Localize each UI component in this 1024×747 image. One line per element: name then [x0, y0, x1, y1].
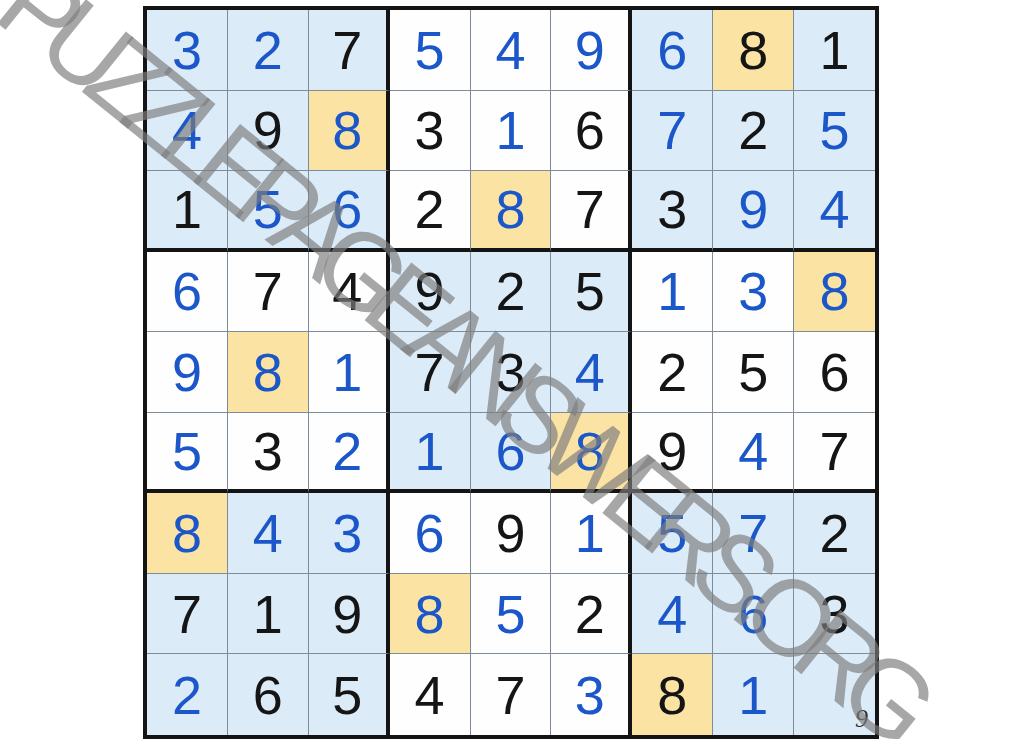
- cell-r2c8[interactable]: 2: [713, 91, 794, 172]
- cell-r4c7[interactable]: 1: [632, 252, 713, 333]
- cell-r8c3[interactable]: 9: [309, 574, 390, 655]
- digit: 9: [495, 506, 525, 560]
- cell-r4c3[interactable]: 4: [309, 252, 390, 333]
- digit: 1: [415, 424, 445, 478]
- cell-r4c1[interactable]: 6: [147, 252, 228, 333]
- digit: 1: [820, 23, 850, 77]
- cell-r1c6[interactable]: 9: [551, 10, 632, 91]
- digit: 2: [820, 506, 850, 560]
- digit: 6: [738, 587, 768, 641]
- cell-r6c8[interactable]: 4: [713, 413, 794, 494]
- digit: 4: [253, 506, 283, 560]
- cell-r2c2[interactable]: 9: [228, 91, 309, 172]
- digit: 9: [172, 345, 202, 399]
- digit: 5: [575, 264, 605, 318]
- cell-r1c7[interactable]: 6: [632, 10, 713, 91]
- digit: 8: [495, 182, 525, 236]
- digit: 2: [172, 668, 202, 722]
- cell-r8c4[interactable]: 8: [390, 574, 471, 655]
- digit: 5: [495, 587, 525, 641]
- digit: 1: [332, 345, 362, 399]
- cell-r5c7[interactable]: 2: [632, 332, 713, 413]
- cell-r7c9[interactable]: 2: [794, 493, 875, 574]
- digit: 6: [415, 506, 445, 560]
- digit: 3: [415, 103, 445, 157]
- digit: 8: [738, 23, 768, 77]
- digit: 4: [738, 424, 768, 478]
- sudoku-board: 3275496814983167251562873946749251389817…: [143, 6, 879, 739]
- cell-r9c6[interactable]: 3: [551, 654, 632, 735]
- cell-r3c9[interactable]: 4: [794, 171, 875, 252]
- cell-r1c1[interactable]: 3: [147, 10, 228, 91]
- cell-r3c7[interactable]: 3: [632, 171, 713, 252]
- cell-r5c1[interactable]: 9: [147, 332, 228, 413]
- cell-r5c6[interactable]: 4: [551, 332, 632, 413]
- digit: 8: [253, 345, 283, 399]
- cell-r5c8[interactable]: 5: [713, 332, 794, 413]
- digit: 7: [415, 345, 445, 399]
- cell-r9c1[interactable]: 2: [147, 654, 228, 735]
- cell-r6c4[interactable]: 1: [390, 413, 471, 494]
- cell-r3c4[interactable]: 2: [390, 171, 471, 252]
- digit: 6: [253, 668, 283, 722]
- cell-r7c5[interactable]: 9: [471, 493, 552, 574]
- cell-r2c6[interactable]: 6: [551, 91, 632, 172]
- cell-r5c9[interactable]: 6: [794, 332, 875, 413]
- cell-r3c6[interactable]: 7: [551, 171, 632, 252]
- cell-r8c5[interactable]: 5: [471, 574, 552, 655]
- digit: 6: [820, 345, 850, 399]
- digit: 3: [738, 264, 768, 318]
- digit: 9: [738, 182, 768, 236]
- cell-r7c8[interactable]: 7: [713, 493, 794, 574]
- digit: 9: [332, 587, 362, 641]
- cell-r9c7[interactable]: 8: [632, 654, 713, 735]
- cell-r2c1[interactable]: 4: [147, 91, 228, 172]
- cell-r1c9[interactable]: 1: [794, 10, 875, 91]
- cell-r1c4[interactable]: 5: [390, 10, 471, 91]
- digit: 4: [172, 103, 202, 157]
- digit: 6: [332, 182, 362, 236]
- digit: 1: [253, 587, 283, 641]
- digit: 8: [415, 587, 445, 641]
- digit: 8: [575, 424, 605, 478]
- cell-r6c3[interactable]: 2: [309, 413, 390, 494]
- cell-r9c4[interactable]: 4: [390, 654, 471, 735]
- digit: 3: [332, 506, 362, 560]
- cell-r1c2[interactable]: 2: [228, 10, 309, 91]
- cell-r4c4[interactable]: 9: [390, 252, 471, 333]
- digit: 4: [820, 182, 850, 236]
- cell-r7c4[interactable]: 6: [390, 493, 471, 574]
- digit: 6: [575, 103, 605, 157]
- cell-r1c5[interactable]: 4: [471, 10, 552, 91]
- cell-r3c1[interactable]: 1: [147, 171, 228, 252]
- cell-r9c3[interactable]: 5: [309, 654, 390, 735]
- digit: 4: [657, 587, 687, 641]
- digit: 7: [657, 103, 687, 157]
- cell-r2c9[interactable]: 5: [794, 91, 875, 172]
- digit: 4: [495, 23, 525, 77]
- cell-r3c3[interactable]: 6: [309, 171, 390, 252]
- digit: 2: [415, 182, 445, 236]
- digit: 9: [575, 23, 605, 77]
- cell-r7c1[interactable]: 8: [147, 493, 228, 574]
- digit: 8: [820, 264, 850, 318]
- digit: 9: [657, 424, 687, 478]
- digit: 5: [738, 345, 768, 399]
- digit: 3: [172, 23, 202, 77]
- cell-r2c5[interactable]: 1: [471, 91, 552, 172]
- cell-r7c6[interactable]: 1: [551, 493, 632, 574]
- cell-r4c8[interactable]: 3: [713, 252, 794, 333]
- digit: 7: [575, 182, 605, 236]
- puzzle-number-label: 9: [855, 704, 868, 734]
- digit: 7: [253, 264, 283, 318]
- digit: 8: [657, 668, 687, 722]
- digit: 7: [332, 23, 362, 77]
- digit: 7: [820, 424, 850, 478]
- cell-r9c5[interactable]: 7: [471, 654, 552, 735]
- cell-r9c8[interactable]: 1: [713, 654, 794, 735]
- cell-r6c5[interactable]: 6: [471, 413, 552, 494]
- cell-r2c7[interactable]: 7: [632, 91, 713, 172]
- digit: 2: [738, 103, 768, 157]
- digit: 5: [332, 668, 362, 722]
- digit: 5: [820, 103, 850, 157]
- cell-r8c1[interactable]: 7: [147, 574, 228, 655]
- digit: 2: [575, 587, 605, 641]
- digit: 6: [172, 264, 202, 318]
- digit: 3: [575, 668, 605, 722]
- digit: 3: [253, 424, 283, 478]
- digit: 5: [415, 23, 445, 77]
- cell-r7c3[interactable]: 3: [309, 493, 390, 574]
- digit: 5: [657, 506, 687, 560]
- digit: 7: [738, 506, 768, 560]
- digit: 7: [495, 668, 525, 722]
- digit: 3: [495, 345, 525, 399]
- digit: 6: [495, 424, 525, 478]
- digit: 3: [820, 587, 850, 641]
- digit: 5: [253, 182, 283, 236]
- cell-r7c7[interactable]: 5: [632, 493, 713, 574]
- cell-r8c7[interactable]: 4: [632, 574, 713, 655]
- digit: 8: [172, 506, 202, 560]
- cell-r5c5[interactable]: 3: [471, 332, 552, 413]
- cell-r3c5[interactable]: 8: [471, 171, 552, 252]
- cell-r4c5[interactable]: 2: [471, 252, 552, 333]
- cell-r8c6[interactable]: 2: [551, 574, 632, 655]
- cell-r6c2[interactable]: 3: [228, 413, 309, 494]
- cell-r8c9[interactable]: 3: [794, 574, 875, 655]
- digit: 1: [738, 668, 768, 722]
- cell-r8c8[interactable]: 6: [713, 574, 794, 655]
- digit: 1: [657, 264, 687, 318]
- cell-r1c8[interactable]: 8: [713, 10, 794, 91]
- cell-r2c3[interactable]: 8: [309, 91, 390, 172]
- cell-r7c2[interactable]: 4: [228, 493, 309, 574]
- digit: 4: [575, 345, 605, 399]
- cell-r4c6[interactable]: 5: [551, 252, 632, 333]
- cell-r4c2[interactable]: 7: [228, 252, 309, 333]
- cell-r3c8[interactable]: 9: [713, 171, 794, 252]
- digit: 1: [172, 182, 202, 236]
- cell-r9c2[interactable]: 6: [228, 654, 309, 735]
- digit: 3: [657, 182, 687, 236]
- cell-r6c9[interactable]: 7: [794, 413, 875, 494]
- digit: 5: [172, 424, 202, 478]
- digit: 2: [253, 23, 283, 77]
- cell-r6c7[interactable]: 9: [632, 413, 713, 494]
- digit: 1: [575, 506, 605, 560]
- digit: 9: [253, 103, 283, 157]
- digit: 2: [495, 264, 525, 318]
- cell-r3c2[interactable]: 5: [228, 171, 309, 252]
- digit: 4: [415, 668, 445, 722]
- cell-r6c6[interactable]: 8: [551, 413, 632, 494]
- digit: 9: [415, 264, 445, 318]
- digit: 1: [495, 103, 525, 157]
- digit: 7: [172, 587, 202, 641]
- digit: 2: [657, 345, 687, 399]
- cell-r1c3[interactable]: 7: [309, 10, 390, 91]
- digit: 4: [332, 264, 362, 318]
- cell-r5c4[interactable]: 7: [390, 332, 471, 413]
- cell-r5c2[interactable]: 8: [228, 332, 309, 413]
- cell-r6c1[interactable]: 5: [147, 413, 228, 494]
- digit: 6: [657, 23, 687, 77]
- cell-r4c9[interactable]: 8: [794, 252, 875, 333]
- cell-r8c2[interactable]: 1: [228, 574, 309, 655]
- cell-r2c4[interactable]: 3: [390, 91, 471, 172]
- digit: 8: [332, 103, 362, 157]
- cell-r5c3[interactable]: 1: [309, 332, 390, 413]
- digit: 2: [332, 424, 362, 478]
